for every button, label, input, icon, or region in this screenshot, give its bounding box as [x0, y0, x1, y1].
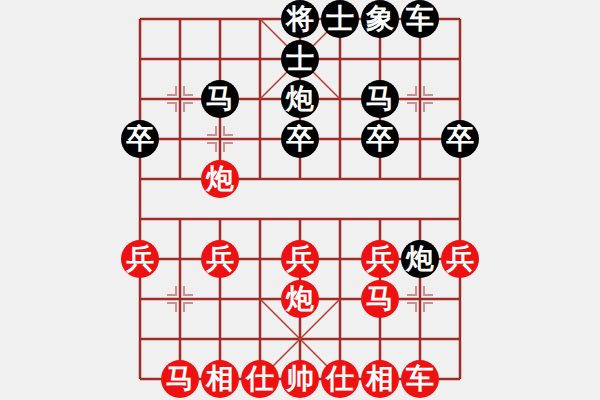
piece-red-soldier[interactable]: 兵	[121, 240, 159, 278]
board-point-c1-r4[interactable]	[160, 159, 200, 199]
board-point-c5-r9[interactable]: 仕	[320, 359, 360, 399]
board-point-c6-r2[interactable]: 马	[360, 79, 400, 119]
board-point-c6-r1[interactable]	[360, 39, 400, 79]
board-point-c8-r8[interactable]	[440, 319, 480, 359]
board-point-c1-r8[interactable]	[160, 319, 200, 359]
board-point-c8-r2[interactable]	[440, 79, 480, 119]
piece-red-horse[interactable]: 马	[161, 360, 199, 398]
board-point-c8-r7[interactable]	[440, 279, 480, 319]
piece-black-advisor[interactable]: 士	[321, 0, 359, 38]
board-point-c7-r8[interactable]	[400, 319, 440, 359]
board-point-c1-r6[interactable]	[160, 239, 200, 279]
board-point-c3-r8[interactable]	[240, 319, 280, 359]
board-point-c1-r7[interactable]	[160, 279, 200, 319]
piece-black-chariot[interactable]: 车	[401, 0, 439, 38]
board-point-c4-r3[interactable]: 卒	[280, 119, 320, 159]
board-point-c1-r2[interactable]	[160, 79, 200, 119]
board-point-c8-r3[interactable]: 卒	[440, 119, 480, 159]
piece-red-horse[interactable]: 马	[361, 280, 399, 318]
board-grid: 将士象车士马炮马卒卒卒卒炮兵兵兵兵炮兵炮马马相仕帅仕相车	[120, 0, 480, 399]
board-point-c6-r7[interactable]: 马	[360, 279, 400, 319]
piece-red-soldier[interactable]: 兵	[201, 240, 239, 278]
piece-black-horse[interactable]: 马	[201, 80, 239, 118]
piece-red-cannon[interactable]: 炮	[281, 280, 319, 318]
board-point-c7-r9[interactable]: 车	[400, 359, 440, 399]
board-point-c1-r0[interactable]	[160, 0, 200, 39]
board-point-c5-r2[interactable]	[320, 79, 360, 119]
piece-black-soldier[interactable]: 卒	[121, 120, 159, 158]
board-point-c0-r2[interactable]	[120, 79, 160, 119]
piece-black-advisor[interactable]: 士	[281, 40, 319, 78]
board-point-c0-r4[interactable]	[120, 159, 160, 199]
board-point-c2-r2[interactable]: 马	[200, 79, 240, 119]
piece-red-soldier[interactable]: 兵	[281, 240, 319, 278]
board-point-c8-r4[interactable]	[440, 159, 480, 199]
xiangqi-app: 将士象车士马炮马卒卒卒卒炮兵兵兵兵炮兵炮马马相仕帅仕相车	[0, 0, 600, 400]
piece-black-king[interactable]: 将	[281, 0, 319, 38]
board-point-c2-r4[interactable]: 炮	[200, 159, 240, 199]
board-point-c7-r1[interactable]	[400, 39, 440, 79]
board-point-c2-r6[interactable]: 兵	[200, 239, 240, 279]
board-point-c7-r5[interactable]	[400, 199, 440, 239]
piece-black-cannon[interactable]: 炮	[401, 240, 439, 278]
board-point-c7-r6[interactable]: 炮	[400, 239, 440, 279]
board-point-c3-r1[interactable]	[240, 39, 280, 79]
piece-black-soldier[interactable]: 卒	[361, 120, 399, 158]
piece-red-chariot[interactable]: 车	[401, 360, 439, 398]
board-point-c6-r4[interactable]	[360, 159, 400, 199]
board-point-c6-r8[interactable]	[360, 319, 400, 359]
board-point-c6-r9[interactable]: 相	[360, 359, 400, 399]
board-point-c8-r6[interactable]: 兵	[440, 239, 480, 279]
board-point-c0-r1[interactable]	[120, 39, 160, 79]
board-point-c2-r1[interactable]	[200, 39, 240, 79]
board-point-c8-r1[interactable]	[440, 39, 480, 79]
board-point-c3-r7[interactable]	[240, 279, 280, 319]
board-point-c4-r1[interactable]: 士	[280, 39, 320, 79]
board-point-c7-r0[interactable]: 车	[400, 0, 440, 39]
board-point-c7-r4[interactable]	[400, 159, 440, 199]
board-point-c1-r1[interactable]	[160, 39, 200, 79]
board-point-c7-r2[interactable]	[400, 79, 440, 119]
board-point-c6-r6[interactable]: 兵	[360, 239, 400, 279]
piece-red-cannon[interactable]: 炮	[201, 160, 239, 198]
board-point-c8-r9[interactable]	[440, 359, 480, 399]
board-point-c2-r9[interactable]: 相	[200, 359, 240, 399]
board-point-c3-r9[interactable]: 仕	[240, 359, 280, 399]
board-point-c4-r8[interactable]	[280, 319, 320, 359]
board-point-c2-r7[interactable]	[200, 279, 240, 319]
board-point-c2-r5[interactable]	[200, 199, 240, 239]
board-point-c4-r9[interactable]: 帅	[280, 359, 320, 399]
board-point-c0-r3[interactable]: 卒	[120, 119, 160, 159]
board-point-c5-r8[interactable]	[320, 319, 360, 359]
board-point-c2-r3[interactable]	[200, 119, 240, 159]
board-point-c4-r6[interactable]: 兵	[280, 239, 320, 279]
board-point-c5-r1[interactable]	[320, 39, 360, 79]
board-point-c0-r8[interactable]	[120, 319, 160, 359]
board-point-c5-r6[interactable]	[320, 239, 360, 279]
board-point-c4-r4[interactable]	[280, 159, 320, 199]
board-point-c1-r5[interactable]	[160, 199, 200, 239]
piece-red-king[interactable]: 帅	[281, 360, 319, 398]
board-point-c1-r9[interactable]: 马	[160, 359, 200, 399]
board-point-c7-r7[interactable]	[400, 279, 440, 319]
piece-red-advisor[interactable]: 仕	[241, 360, 279, 398]
board-point-c0-r0[interactable]	[120, 0, 160, 39]
board-point-c4-r2[interactable]: 炮	[280, 79, 320, 119]
board-point-c4-r0[interactable]: 将	[280, 0, 320, 39]
board-point-c3-r5[interactable]	[240, 199, 280, 239]
board-point-c0-r7[interactable]	[120, 279, 160, 319]
board-point-c3-r3[interactable]	[240, 119, 280, 159]
board-point-c5-r4[interactable]	[320, 159, 360, 199]
piece-red-elephant[interactable]: 相	[201, 360, 239, 398]
piece-black-elephant[interactable]: 象	[361, 0, 399, 38]
piece-red-advisor[interactable]: 仕	[321, 360, 359, 398]
board-point-c2-r8[interactable]	[200, 319, 240, 359]
board-point-c6-r5[interactable]	[360, 199, 400, 239]
board-point-c7-r3[interactable]	[400, 119, 440, 159]
board-point-c5-r5[interactable]	[320, 199, 360, 239]
board-point-c1-r3[interactable]	[160, 119, 200, 159]
board-point-c6-r3[interactable]: 卒	[360, 119, 400, 159]
piece-black-horse[interactable]: 马	[361, 80, 399, 118]
board-point-c5-r7[interactable]	[320, 279, 360, 319]
piece-red-elephant[interactable]: 相	[361, 360, 399, 398]
board-point-c4-r7[interactable]: 炮	[280, 279, 320, 319]
board-point-c5-r0[interactable]: 士	[320, 0, 360, 39]
piece-red-soldier[interactable]: 兵	[361, 240, 399, 278]
board-point-c2-r0[interactable]	[200, 0, 240, 39]
board-point-c0-r9[interactable]	[120, 359, 160, 399]
board-point-c8-r0[interactable]	[440, 0, 480, 39]
board-point-c3-r0[interactable]	[240, 0, 280, 39]
piece-red-soldier[interactable]: 兵	[441, 240, 479, 278]
piece-black-soldier[interactable]: 卒	[441, 120, 479, 158]
board-point-c0-r5[interactable]	[120, 199, 160, 239]
board-point-c4-r5[interactable]	[280, 199, 320, 239]
board-point-c3-r2[interactable]	[240, 79, 280, 119]
board-point-c3-r4[interactable]	[240, 159, 280, 199]
board-point-c8-r5[interactable]	[440, 199, 480, 239]
piece-black-cannon[interactable]: 炮	[281, 80, 319, 118]
piece-black-soldier[interactable]: 卒	[281, 120, 319, 158]
board-point-c3-r6[interactable]	[240, 239, 280, 279]
board-point-c0-r6[interactable]: 兵	[120, 239, 160, 279]
board-point-c6-r0[interactable]: 象	[360, 0, 400, 39]
board-point-c5-r3[interactable]	[320, 119, 360, 159]
